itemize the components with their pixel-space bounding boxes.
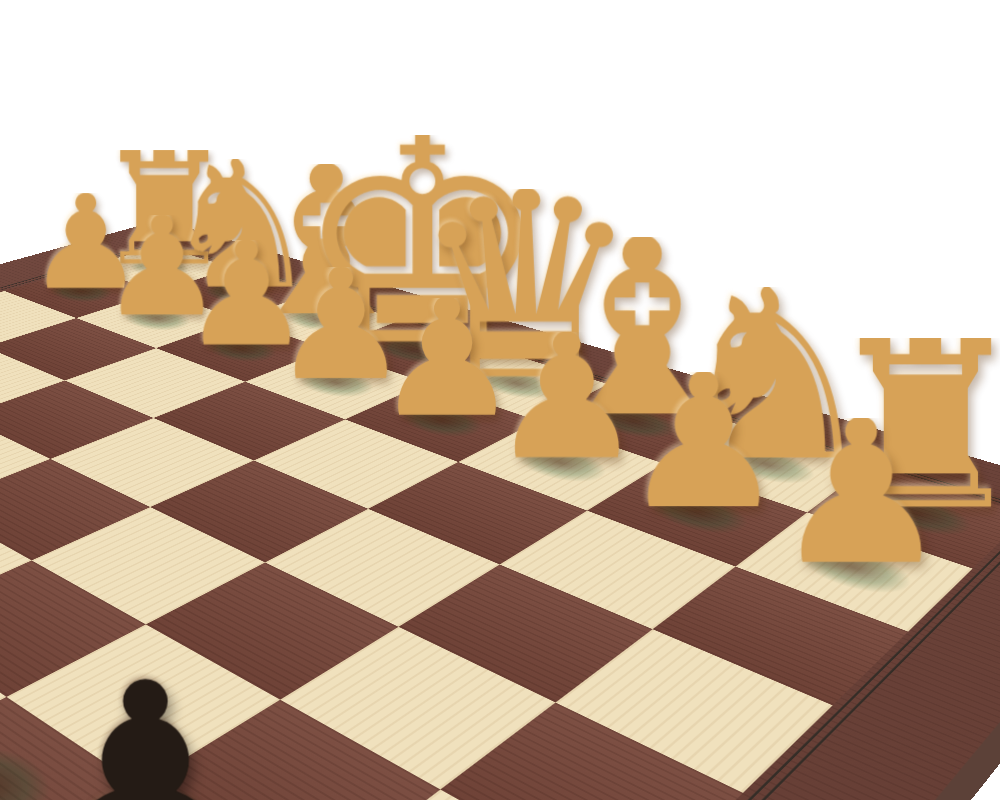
board-squares-grid — [0, 245, 1000, 800]
chess-board: ♜♞♝♚♛♝♞♜♟♟♟♟♟♟♟♟♟♟ — [0, 220, 1000, 800]
product-photo-backdrop: ♜♞♝♚♛♝♞♜♟♟♟♟♟♟♟♟♟♟ — [0, 0, 1000, 800]
